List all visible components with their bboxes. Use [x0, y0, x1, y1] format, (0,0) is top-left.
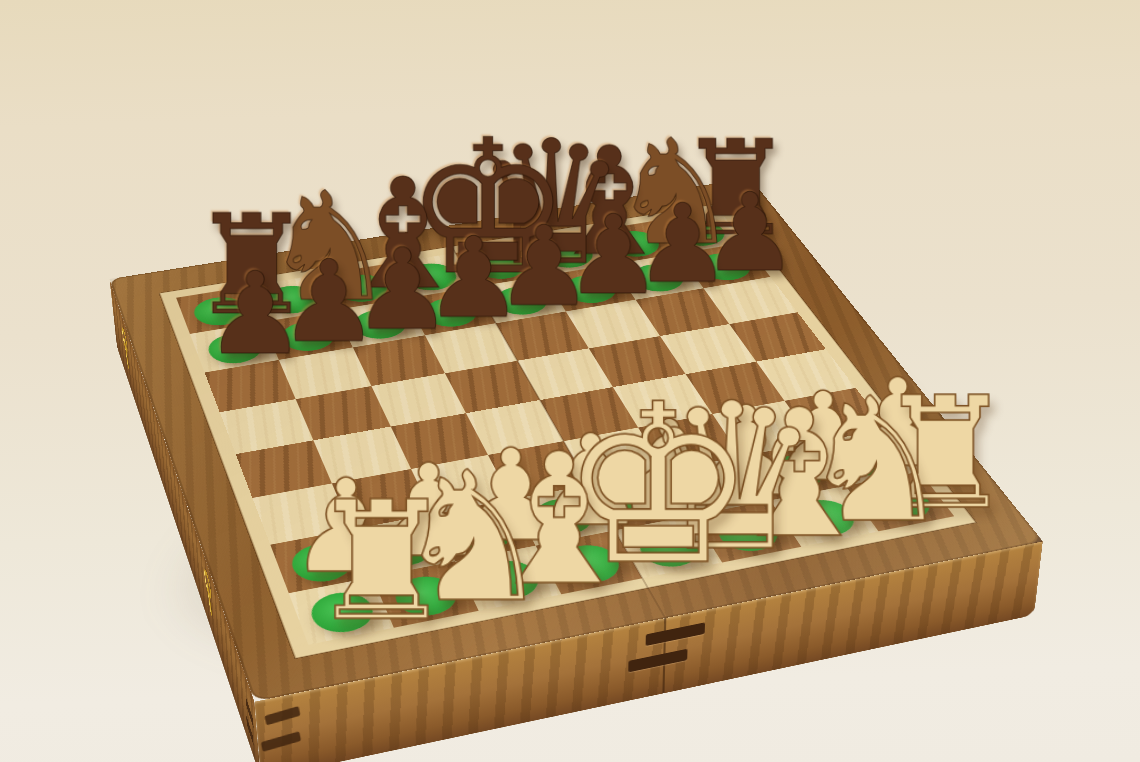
perspective-wrapper: ♜♞♝♚♛♝♞♜♟♟♟♟♟♟♟♟♟♟♟♟♟♟♟♟♜♞♝♚♛♝♞♜: [0, 0, 1140, 762]
square-g5[interactable]: [296, 386, 390, 440]
piece-black-pawn[interactable]: ♟: [204, 262, 280, 367]
finger-joint: [264, 706, 300, 725]
square-h7[interactable]: ♟: [190, 322, 279, 372]
piece-white-rook[interactable]: ♜: [308, 486, 396, 637]
hinge-inlay: [628, 649, 687, 673]
board-grid: ♜♞♝♚♛♝♞♜♟♟♟♟♟♟♟♟♟♟♟♟♟♟♟♟♜♞♝♚♛♝♞♜: [176, 210, 954, 644]
finger-joint: [261, 731, 301, 752]
photo-backdrop: ♜♞♝♚♛♝♞♜♟♟♟♟♟♟♟♟♟♟♟♟♟♟♟♟♜♞♝♚♛♝♞♜: [0, 0, 1140, 762]
chess-board: ♜♞♝♚♛♝♞♜♟♟♟♟♟♟♟♟♟♟♟♟♟♟♟♟♜♞♝♚♛♝♞♜: [109, 178, 1042, 702]
square-h1[interactable]: ♜: [289, 577, 394, 645]
hinge-inlay: [646, 622, 705, 646]
